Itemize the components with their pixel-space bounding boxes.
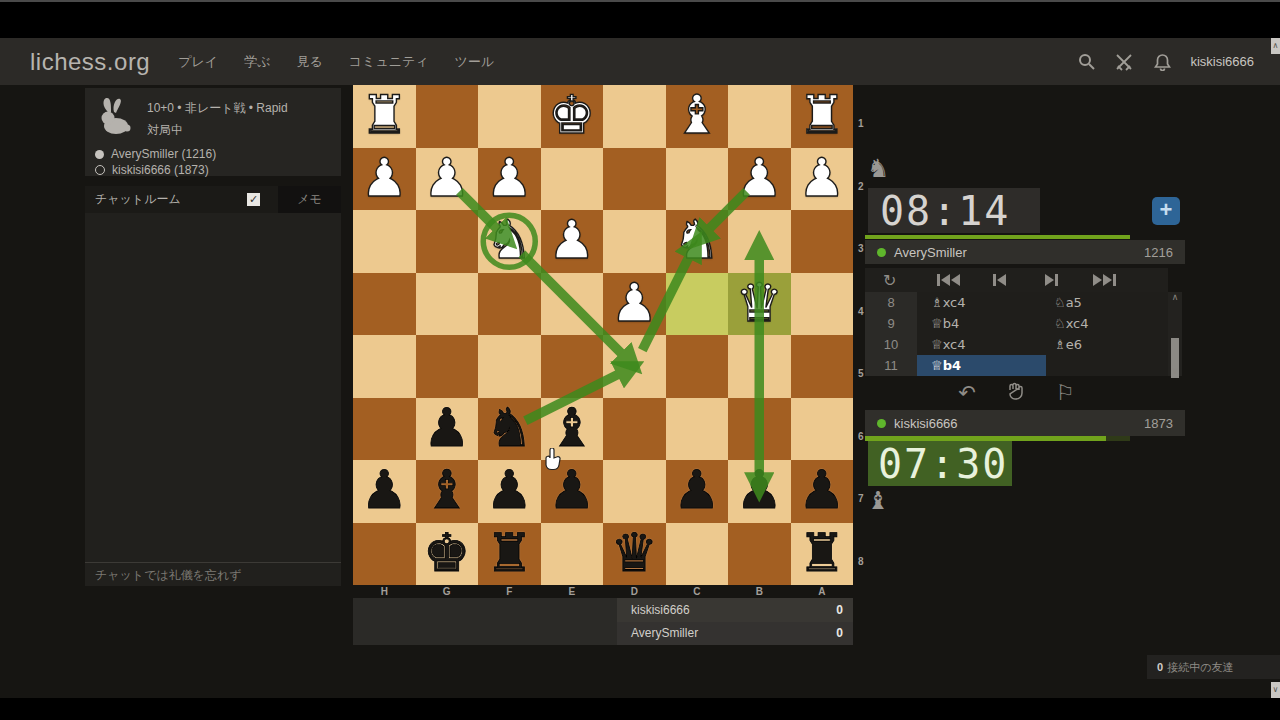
white-king[interactable]: ♚ <box>541 85 604 148</box>
board-square-g5[interactable] <box>416 335 479 398</box>
move-list-scrollbar[interactable]: ∧ ∨ <box>1168 292 1182 376</box>
score-panel: kiskisi6666 0 AverySmiller 0 <box>353 598 853 645</box>
file-label: B <box>728 586 791 597</box>
file-label: G <box>416 586 479 597</box>
chat-input[interactable] <box>85 563 351 586</box>
player-name: kiskisi6666 <box>894 416 958 431</box>
board-square-h1[interactable]: ♜ <box>353 85 416 148</box>
move-black[interactable]: ♗e6 <box>1046 334 1154 355</box>
notification-bell-icon[interactable] <box>1152 52 1172 72</box>
board-square-d8[interactable]: ♛ <box>603 523 666 586</box>
black-pawn[interactable]: ♟ <box>416 398 479 461</box>
tab-chat-room[interactable]: チャットルーム ✓ <box>85 186 278 213</box>
white-queen[interactable]: ♛ <box>728 273 791 336</box>
lichess-logo[interactable]: lichess.org <box>30 48 150 76</box>
board-square-g4[interactable] <box>416 273 479 336</box>
chat-toggle-checkbox[interactable]: ✓ <box>247 193 260 206</box>
move-row: 10♕xc4♗e6 <box>865 334 1168 355</box>
board-square-c5[interactable] <box>666 335 729 398</box>
move-number: 10 <box>865 334 917 355</box>
black-color-icon <box>95 165 105 175</box>
board-square-d4[interactable]: ♟ <box>603 273 666 336</box>
file-label: A <box>791 586 854 597</box>
board-square-g8[interactable]: ♚ <box>416 523 479 586</box>
board-square-a7[interactable]: ♟ <box>791 460 854 523</box>
board-square-h7[interactable]: ♟ <box>353 460 416 523</box>
board-square-b1[interactable] <box>728 85 791 148</box>
friends-label: 接続中の友達 <box>1167 660 1233 675</box>
board-square-d5[interactable] <box>603 335 666 398</box>
white-color-icon <box>95 150 104 159</box>
captured-bishop-icon: ♝ <box>867 488 889 513</box>
move-row: 11♕b4 <box>865 355 1168 376</box>
file-label: F <box>478 586 541 597</box>
scrollbar-down-arrow[interactable]: ∨ <box>1271 682 1280 698</box>
file-label: C <box>666 586 729 597</box>
black-pawn[interactable]: ♟ <box>478 460 541 523</box>
score-player-name: AverySmiller <box>631 626 698 640</box>
board-square-b2[interactable]: ♟ <box>728 148 791 211</box>
player-rating: 1873 <box>1144 416 1173 431</box>
username-menu[interactable]: kiskisi6666 <box>1190 54 1254 69</box>
player-row[interactable]: kiskisi6666 1873 <box>865 410 1185 436</box>
game-action-buttons: ↶ ⚐ <box>865 378 1168 408</box>
score-row: kiskisi6666 0 <box>617 598 853 622</box>
board-square-e5[interactable] <box>541 335 604 398</box>
scroll-up-icon[interactable]: ∧ <box>1168 292 1182 302</box>
board-square-e3[interactable]: ♟ <box>541 210 604 273</box>
score-player-name: kiskisi6666 <box>631 603 690 617</box>
white-rook[interactable]: ♜ <box>791 85 854 148</box>
move-toolbar: ↻ <box>865 268 1168 292</box>
white-pawn[interactable]: ♟ <box>541 210 604 273</box>
board-square-c3[interactable]: ♞ <box>666 210 729 273</box>
previous-move-button[interactable] <box>993 274 1006 286</box>
scroll-down-icon[interactable]: ∨ <box>1168 366 1182 376</box>
file-label: H <box>353 586 416 597</box>
move-row: 8♗xc4♘a5 <box>865 292 1168 313</box>
board-square-d7[interactable] <box>603 460 666 523</box>
board-square-e8[interactable] <box>541 523 604 586</box>
nav-item[interactable]: 見る <box>296 53 322 71</box>
move-black[interactable]: ♘a5 <box>1046 292 1154 313</box>
game-status-label: 対局中 <box>147 122 183 139</box>
board-square-h6[interactable] <box>353 398 416 461</box>
move-row: 9♕b4♘xc4 <box>865 313 1168 334</box>
board-square-g2[interactable]: ♟ <box>416 148 479 211</box>
move-white[interactable]: ♗xc4 <box>917 292 1046 313</box>
white-pawn[interactable]: ♟ <box>728 148 791 211</box>
chess-board: ♜♚♝♜♟♟♟♟♟♞♟♞♟♛♟♞♝♟♝♟♟♟♟♟♚♜♛♜ <box>353 85 853 585</box>
search-icon[interactable] <box>1076 52 1096 72</box>
opponent-clock: 08:14 <box>868 188 1040 233</box>
board-square-e2[interactable] <box>541 148 604 211</box>
board-square-c8[interactable] <box>666 523 729 586</box>
move-white[interactable]: ♕xc4 <box>917 334 1046 355</box>
tab-notes[interactable]: メモ <box>278 186 341 213</box>
white-player-label[interactable]: AverySmiller (1216) <box>95 147 216 161</box>
captured-knight-icon: ♞ <box>867 156 889 181</box>
white-pawn[interactable]: ♟ <box>353 148 416 211</box>
board-square-a8[interactable]: ♜ <box>791 523 854 586</box>
black-queen[interactable]: ♛ <box>603 523 666 586</box>
score-row: AverySmiller 0 <box>617 622 853 646</box>
move-black[interactable]: ♘xc4 <box>1046 313 1154 334</box>
board-square-a6[interactable] <box>791 398 854 461</box>
move-list: 8♗xc4♘a59♕b4♘xc410♕xc4♗e611♕b4 <box>865 292 1168 376</box>
move-black[interactable] <box>1046 355 1154 376</box>
board-square-d1[interactable] <box>603 85 666 148</box>
black-king[interactable]: ♚ <box>416 523 479 586</box>
nav-item[interactable]: 学ぶ <box>244 53 270 71</box>
white-rook[interactable]: ♜ <box>353 85 416 148</box>
board-square-g6[interactable]: ♟ <box>416 398 479 461</box>
board-square-a2[interactable]: ♟ <box>791 148 854 211</box>
chat-tabs: チャットルーム ✓ メモ <box>85 186 341 213</box>
black-knight[interactable]: ♞ <box>478 398 541 461</box>
online-dot <box>877 248 886 257</box>
chat-room-label: チャットルーム <box>95 191 181 208</box>
black-pawn[interactable]: ♟ <box>791 460 854 523</box>
black-pawn[interactable]: ♟ <box>728 460 791 523</box>
black-rook[interactable]: ♜ <box>791 523 854 586</box>
black-rook[interactable]: ♜ <box>478 523 541 586</box>
board-square-f3[interactable]: ♞ <box>478 210 541 273</box>
video-frame: lichess.org プレイ学ぶ見るコミュニティツール kiskisi6666 <box>0 0 1280 720</box>
opponent-row[interactable]: AverySmiller 1216 <box>865 240 1185 264</box>
board-square-c2[interactable] <box>666 148 729 211</box>
board-square-f7[interactable]: ♟ <box>478 460 541 523</box>
white-pawn[interactable]: ♟ <box>478 148 541 211</box>
board-square-b3[interactable] <box>728 210 791 273</box>
resign-flag-button[interactable]: ⚐ <box>1056 381 1075 405</box>
board-square-a1[interactable]: ♜ <box>791 85 854 148</box>
next-move-button[interactable] <box>1045 274 1058 286</box>
move-white[interactable]: ♕b4 <box>917 355 1046 376</box>
time-control-label: 10+0 • 非レート戦 • Rapid <box>147 100 288 117</box>
move-number: 8 <box>865 292 917 313</box>
nav-item[interactable]: プレイ <box>178 53 218 71</box>
last-move-button[interactable] <box>1093 274 1116 286</box>
board-square-a5[interactable] <box>791 335 854 398</box>
board-square-b7[interactable]: ♟ <box>728 460 791 523</box>
crossed-swords-icon[interactable] <box>1114 52 1134 72</box>
black-pawn[interactable]: ♟ <box>666 460 729 523</box>
first-move-button[interactable] <box>937 274 960 286</box>
online-dot <box>877 419 886 428</box>
game-info-box: 10+0 • 非レート戦 • Rapid 対局中 AverySmiller (1… <box>85 88 341 176</box>
black-player-label[interactable]: kiskisi6666 (1873) <box>95 163 209 177</box>
board-square-f4[interactable] <box>478 273 541 336</box>
board-square-d2[interactable] <box>603 148 666 211</box>
move-white[interactable]: ♕b4 <box>917 313 1046 334</box>
board-square-b5[interactable] <box>728 335 791 398</box>
white-knight[interactable]: ♞ <box>478 210 541 273</box>
rapid-rabbit-icon <box>99 96 135 140</box>
board-square-e1[interactable]: ♚ <box>541 85 604 148</box>
file-label: E <box>541 586 604 597</box>
board-square-a4[interactable] <box>791 273 854 336</box>
board-square-c6[interactable] <box>666 398 729 461</box>
board-square-c7[interactable]: ♟ <box>666 460 729 523</box>
board-grid: ♜♚♝♜♟♟♟♟♟♞♟♞♟♛♟♞♝♟♝♟♟♟♟♟♚♜♛♜ <box>353 85 853 585</box>
lichess-page: lichess.org プレイ学ぶ見るコミュニティツール kiskisi6666 <box>0 38 1280 698</box>
board-square-h5[interactable] <box>353 335 416 398</box>
board-square-b4[interactable]: ♛ <box>728 273 791 336</box>
opponent-name: AverySmiller <box>894 245 967 260</box>
board-square-h4[interactable] <box>353 273 416 336</box>
move-number: 11 <box>865 355 917 376</box>
nav-menu: プレイ学ぶ見るコミュニティツール <box>178 53 494 71</box>
board-square-h8[interactable] <box>353 523 416 586</box>
white-pawn[interactable]: ♟ <box>603 273 666 336</box>
file-label: D <box>603 586 666 597</box>
chat-input-row <box>85 562 341 586</box>
nav-item[interactable]: コミュニティ <box>349 53 429 71</box>
board-square-f2[interactable]: ♟ <box>478 148 541 211</box>
white-pawn[interactable]: ♟ <box>791 148 854 211</box>
black-bishop[interactable]: ♝ <box>416 460 479 523</box>
top-navbar: lichess.org プレイ学ぶ見るコミュニティツール kiskisi6666 <box>0 38 1280 85</box>
draw-offer-button[interactable] <box>1006 381 1026 406</box>
white-bishop[interactable]: ♝ <box>666 85 729 148</box>
scrollbar-up-arrow[interactable]: ∧ <box>1271 38 1280 54</box>
opponent-rating: 1216 <box>1144 245 1173 260</box>
board-square-g3[interactable] <box>416 210 479 273</box>
rank-label: 1 <box>858 118 870 129</box>
board-square-f8[interactable]: ♜ <box>478 523 541 586</box>
board-square-f1[interactable] <box>478 85 541 148</box>
score-value: 0 <box>836 603 843 617</box>
board-square-b6[interactable] <box>728 398 791 461</box>
board-square-g1[interactable] <box>416 85 479 148</box>
board-square-h3[interactable] <box>353 210 416 273</box>
board-square-d3[interactable] <box>603 210 666 273</box>
friends-count: 0 <box>1157 661 1163 673</box>
black-pawn[interactable]: ♟ <box>353 460 416 523</box>
board-square-c4[interactable] <box>666 273 729 336</box>
board-square-d6[interactable] <box>603 398 666 461</box>
board-square-e4[interactable] <box>541 273 604 336</box>
online-friends-box[interactable]: 0 接続中の友達 <box>1147 655 1280 679</box>
board-square-h2[interactable]: ♟ <box>353 148 416 211</box>
takeback-button[interactable]: ↶ <box>958 381 976 405</box>
board-square-g7[interactable]: ♝ <box>416 460 479 523</box>
score-value: 0 <box>836 626 843 640</box>
chat-message-area[interactable] <box>85 213 341 562</box>
flip-board-icon[interactable]: ↻ <box>883 271 896 290</box>
board-square-f6[interactable]: ♞ <box>478 398 541 461</box>
board-square-b8[interactable] <box>728 523 791 586</box>
board-square-c1[interactable]: ♝ <box>666 85 729 148</box>
nav-item[interactable]: ツール <box>455 53 495 71</box>
board-square-a3[interactable] <box>791 210 854 273</box>
rank-label: 8 <box>858 556 870 567</box>
player-clock: 07:30 <box>868 441 1012 486</box>
opponent-time-bar <box>865 235 1130 239</box>
board-square-f5[interactable] <box>478 335 541 398</box>
white-knight[interactable]: ♞ <box>666 210 729 273</box>
white-pawn[interactable]: ♟ <box>416 148 479 211</box>
give-time-button[interactable]: + <box>1152 197 1180 225</box>
mouse-cursor-hand <box>543 448 563 476</box>
move-number: 9 <box>865 313 917 334</box>
